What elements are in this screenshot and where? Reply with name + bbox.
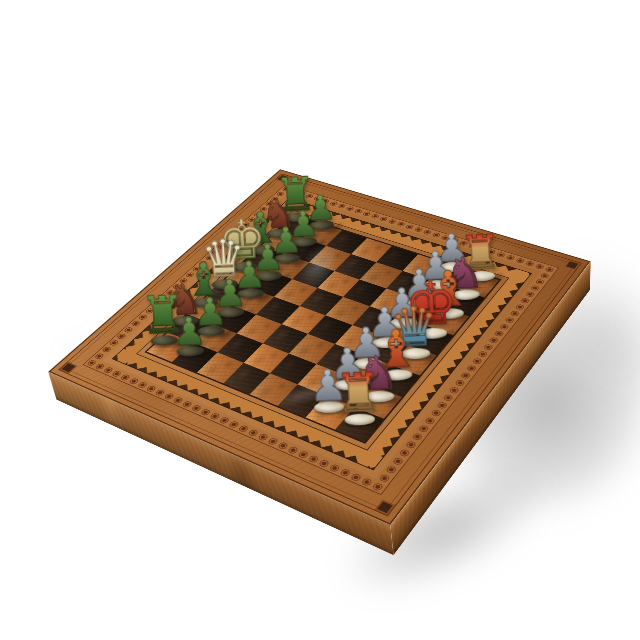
piece-figure: ♜ <box>317 329 398 429</box>
square-g3[interactable] <box>309 246 351 271</box>
border-corner-stamp <box>59 362 77 374</box>
square-f1[interactable] <box>243 246 284 271</box>
black-rook-glyph: ♜ <box>319 365 398 421</box>
square-f2[interactable] <box>267 254 309 279</box>
square-e2[interactable] <box>249 271 292 297</box>
square-h3[interactable] <box>326 230 367 254</box>
scene-3d: ♜♞♝♛♚♝♞♜♟♟♟♟♟♟♟♟♟♟♟♟♟♟♟♟♜♞♝♛♚♝♞♜ <box>22 12 628 618</box>
border-corner-stamp <box>275 174 290 182</box>
border-corner-stamp <box>374 499 395 515</box>
piece-figure: ♟ <box>152 267 225 359</box>
product-photo-stage: ♜♞♝♛♚♝♞♜♟♟♟♟♟♟♟♟♟♟♟♟♟♟♟♟♜♞♝♛♚♝♞♜ <box>0 0 640 640</box>
scene-fit: ♜♞♝♛♚♝♞♜♟♟♟♟♟♟♟♟♟♟♟♟♟♟♟♟♜♞♝♛♚♝♞♜ <box>22 12 628 618</box>
square-g2[interactable] <box>285 238 326 262</box>
square-h1[interactable] <box>278 215 318 238</box>
square-g1[interactable] <box>261 230 302 254</box>
border-corner-stamp <box>564 260 581 270</box>
white-pawn-glyph: ♟ <box>154 311 225 352</box>
chessboard-box: ♜♞♝♛♚♝♞♜♟♟♟♟♟♟♟♟♟♟♟♟♟♟♟♟♜♞♝♛♚♝♞♜ <box>48 169 591 525</box>
square-h2[interactable] <box>302 223 342 247</box>
